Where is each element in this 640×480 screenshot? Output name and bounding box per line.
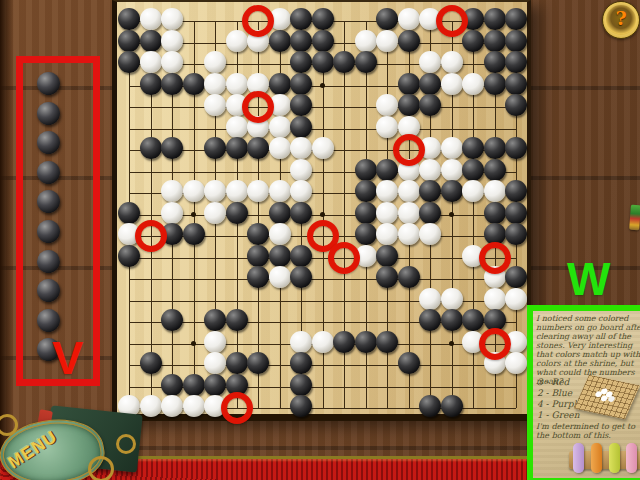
- stone-black[interactable]: [355, 331, 377, 353]
- stone-white[interactable]: [269, 116, 291, 138]
- red-circle-marker[interactable]: [393, 134, 425, 166]
- stone-black[interactable]: [355, 223, 377, 245]
- stone-white[interactable]: [376, 180, 398, 202]
- stone-black[interactable]: [290, 73, 312, 95]
- stone-white[interactable]: [290, 137, 312, 159]
- stone-black[interactable]: [161, 374, 183, 396]
- stone-black[interactable]: [183, 374, 205, 396]
- red-circle-marker[interactable]: [479, 328, 511, 360]
- stone-white[interactable]: [398, 223, 420, 245]
- legend-line: 2 - Blue: [537, 388, 582, 399]
- note-highlight-rectangle: I noticed some colored numbers on go boa…: [527, 305, 640, 480]
- stone-black[interactable]: [398, 94, 420, 116]
- stone-white[interactable]: [204, 352, 226, 374]
- tray-stone-black[interactable]: [37, 161, 60, 184]
- stone-black[interactable]: [376, 159, 398, 181]
- tray-stone-black[interactable]: [37, 102, 60, 125]
- stone-white[interactable]: [204, 73, 226, 95]
- stone-black[interactable]: [505, 30, 527, 52]
- red-circle-marker[interactable]: [328, 242, 360, 274]
- stone-white[interactable]: [269, 266, 291, 288]
- stone-black[interactable]: [204, 309, 226, 331]
- stone-black[interactable]: [269, 245, 291, 267]
- stone-white[interactable]: [312, 331, 334, 353]
- stone-black[interactable]: [441, 395, 463, 417]
- gold-swirl-icon: [116, 434, 136, 454]
- stone-white[interactable]: [161, 51, 183, 73]
- stone-white[interactable]: [226, 73, 248, 95]
- stone-white[interactable]: [204, 180, 226, 202]
- stone-white[interactable]: [419, 288, 441, 310]
- stone-white[interactable]: [290, 331, 312, 353]
- stone-black[interactable]: [247, 352, 269, 374]
- stone-white[interactable]: [269, 223, 291, 245]
- red-circle-marker[interactable]: [221, 392, 253, 424]
- stone-white[interactable]: [269, 180, 291, 202]
- stone-black[interactable]: [355, 180, 377, 202]
- stone-white[interactable]: [161, 202, 183, 224]
- stone-white[interactable]: [140, 8, 162, 30]
- stone-white[interactable]: [441, 73, 463, 95]
- stone-black[interactable]: [118, 8, 140, 30]
- stone-black[interactable]: [118, 51, 140, 73]
- stone-black[interactable]: [269, 73, 291, 95]
- stone-black[interactable]: [247, 245, 269, 267]
- stone-white[interactable]: [398, 202, 420, 224]
- stone-white[interactable]: [204, 51, 226, 73]
- stone-black[interactable]: [333, 51, 355, 73]
- stone-black[interactable]: [290, 202, 312, 224]
- stone-black[interactable]: [269, 30, 291, 52]
- star-point: [449, 212, 454, 217]
- stone-black[interactable]: [505, 94, 527, 116]
- stone-black[interactable]: [484, 30, 506, 52]
- star-point: [191, 341, 196, 346]
- letter-w-marker: W: [567, 252, 610, 306]
- stone-black[interactable]: [140, 137, 162, 159]
- stone-white[interactable]: [290, 180, 312, 202]
- stone-black[interactable]: [419, 73, 441, 95]
- stone-black[interactable]: [290, 8, 312, 30]
- stone-white[interactable]: [226, 180, 248, 202]
- stone-white[interactable]: [161, 180, 183, 202]
- star-point: [449, 341, 454, 346]
- stone-white[interactable]: [484, 288, 506, 310]
- stone-black[interactable]: [419, 180, 441, 202]
- board-grid-line: [129, 279, 516, 280]
- stone-black[interactable]: [183, 73, 205, 95]
- stone-white[interactable]: [226, 30, 248, 52]
- stone-black[interactable]: [118, 202, 140, 224]
- stone-black[interactable]: [247, 137, 269, 159]
- go-board[interactable]: [112, 0, 531, 421]
- stone-black[interactable]: [290, 395, 312, 417]
- stone-white[interactable]: [505, 352, 527, 374]
- stone-black[interactable]: [419, 309, 441, 331]
- stone-black[interactable]: [398, 266, 420, 288]
- stone-white[interactable]: [441, 51, 463, 73]
- candle-green: [609, 443, 620, 473]
- stone-black[interactable]: [462, 159, 484, 181]
- stone-black[interactable]: [183, 223, 205, 245]
- stone-black[interactable]: [355, 159, 377, 181]
- stone-black[interactable]: [484, 202, 506, 224]
- stone-black[interactable]: [290, 116, 312, 138]
- candle-orange: [591, 443, 602, 473]
- stone-black[interactable]: [505, 8, 527, 30]
- stone-black[interactable]: [505, 180, 527, 202]
- stone-black[interactable]: [376, 8, 398, 30]
- stone-black[interactable]: [419, 395, 441, 417]
- tray-stone-black[interactable]: [37, 72, 60, 95]
- stone-black[interactable]: [505, 223, 527, 245]
- edge-item-icon[interactable]: [629, 205, 640, 231]
- stone-white[interactable]: [204, 331, 226, 353]
- red-circle-marker[interactable]: [242, 5, 274, 37]
- stone-black[interactable]: [161, 73, 183, 95]
- stone-white[interactable]: [161, 8, 183, 30]
- red-circle-marker[interactable]: [436, 5, 468, 37]
- stone-black[interactable]: [204, 374, 226, 396]
- stone-black[interactable]: [505, 202, 527, 224]
- journal-note[interactable]: I noticed some colored numbers on go boa…: [533, 311, 640, 478]
- stone-black[interactable]: [226, 137, 248, 159]
- stone-black[interactable]: [312, 8, 334, 30]
- stone-white[interactable]: [355, 30, 377, 52]
- stone-black[interactable]: [419, 94, 441, 116]
- board-grid-line: [129, 258, 516, 259]
- stone-black[interactable]: [376, 266, 398, 288]
- stone-white[interactable]: [441, 137, 463, 159]
- stone-white[interactable]: [183, 395, 205, 417]
- stone-black[interactable]: [290, 30, 312, 52]
- stone-white[interactable]: [161, 30, 183, 52]
- stone-black[interactable]: [161, 137, 183, 159]
- stone-black[interactable]: [462, 137, 484, 159]
- stone-black[interactable]: [505, 266, 527, 288]
- stone-black[interactable]: [462, 30, 484, 52]
- note-closing: I'm determined to get to the bottom of t…: [533, 419, 640, 440]
- stone-black[interactable]: [505, 137, 527, 159]
- stone-black[interactable]: [226, 352, 248, 374]
- red-circle-marker[interactable]: [135, 220, 167, 252]
- red-circle-marker[interactable]: [242, 91, 274, 123]
- candle-purple: [573, 443, 584, 473]
- stone-white[interactable]: [247, 180, 269, 202]
- stone-white[interactable]: [204, 94, 226, 116]
- tray-stone-black[interactable]: [37, 309, 60, 332]
- stone-black[interactable]: [226, 309, 248, 331]
- stone-white[interactable]: [398, 8, 420, 30]
- stone-white[interactable]: [226, 116, 248, 138]
- stone-black[interactable]: [312, 51, 334, 73]
- stone-black[interactable]: [161, 309, 183, 331]
- stone-white[interactable]: [376, 116, 398, 138]
- stone-black[interactable]: [484, 8, 506, 30]
- stone-white[interactable]: [376, 30, 398, 52]
- note-legend: 3 - Red 2 - Blue 4 - Purple 1 - Green: [537, 377, 582, 421]
- letter-v-marker: V: [52, 330, 83, 385]
- tray-stone-black[interactable]: [37, 250, 60, 273]
- stone-black[interactable]: [419, 202, 441, 224]
- stone-black[interactable]: [398, 73, 420, 95]
- legend-line: 3 - Red: [537, 377, 582, 388]
- stone-white[interactable]: [376, 94, 398, 116]
- stone-black[interactable]: [118, 30, 140, 52]
- stone-black[interactable]: [376, 331, 398, 353]
- stone-white[interactable]: [140, 51, 162, 73]
- menu-banner[interactable]: MENU: [0, 404, 156, 480]
- stone-white[interactable]: [419, 223, 441, 245]
- stone-black[interactable]: [290, 51, 312, 73]
- stone-black[interactable]: [140, 30, 162, 52]
- candle-pink: [626, 443, 637, 473]
- star-point: [320, 83, 325, 88]
- stone-black[interactable]: [118, 245, 140, 267]
- star-point: [320, 212, 325, 217]
- tray-stone-black[interactable]: [37, 220, 60, 243]
- stone-white[interactable]: [312, 137, 334, 159]
- stone-white[interactable]: [505, 288, 527, 310]
- stone-black[interactable]: [505, 51, 527, 73]
- star-point: [191, 212, 196, 217]
- stone-white[interactable]: [290, 159, 312, 181]
- stone-white[interactable]: [398, 180, 420, 202]
- stone-black[interactable]: [484, 51, 506, 73]
- stone-white[interactable]: [269, 137, 291, 159]
- stone-black[interactable]: [484, 137, 506, 159]
- stone-black[interactable]: [462, 309, 484, 331]
- stone-white[interactable]: [462, 180, 484, 202]
- stone-white[interactable]: [376, 202, 398, 224]
- stone-black[interactable]: [290, 374, 312, 396]
- stone-black[interactable]: [333, 331, 355, 353]
- stone-black[interactable]: [204, 137, 226, 159]
- stone-white[interactable]: [441, 159, 463, 181]
- scene: V W ? MENU I noticed some colored number…: [0, 0, 640, 480]
- stone-black[interactable]: [355, 202, 377, 224]
- stone-black[interactable]: [269, 202, 291, 224]
- stone-black[interactable]: [290, 94, 312, 116]
- stone-black[interactable]: [312, 30, 334, 52]
- stone-black[interactable]: [290, 352, 312, 374]
- stone-black[interactable]: [355, 51, 377, 73]
- stone-black[interactable]: [484, 159, 506, 181]
- stone-black[interactable]: [226, 202, 248, 224]
- red-circle-marker[interactable]: [479, 242, 511, 274]
- stone-black[interactable]: [140, 352, 162, 374]
- stone-white[interactable]: [183, 180, 205, 202]
- hint-coin-button[interactable]: ?: [602, 1, 640, 39]
- gold-swirl-icon: [88, 456, 114, 480]
- stone-black[interactable]: [398, 352, 420, 374]
- stone-black[interactable]: [247, 266, 269, 288]
- stone-black[interactable]: [484, 73, 506, 95]
- stone-white[interactable]: [376, 223, 398, 245]
- stone-black[interactable]: [441, 180, 463, 202]
- stone-black[interactable]: [140, 73, 162, 95]
- stone-white[interactable]: [419, 159, 441, 181]
- stone-black[interactable]: [505, 73, 527, 95]
- stone-black[interactable]: [441, 309, 463, 331]
- stone-white[interactable]: [204, 202, 226, 224]
- note-closing-text: I'm determined to get to the bottom of t…: [536, 422, 640, 440]
- stone-white[interactable]: [462, 73, 484, 95]
- stone-black[interactable]: [290, 266, 312, 288]
- note-candles-sketch: [569, 443, 640, 475]
- stone-white[interactable]: [161, 395, 183, 417]
- stone-white[interactable]: [441, 288, 463, 310]
- stone-black[interactable]: [376, 245, 398, 267]
- stone-black[interactable]: [290, 245, 312, 267]
- board-grid-line: [129, 365, 516, 366]
- stone-white[interactable]: [419, 51, 441, 73]
- question-mark-icon: ?: [603, 7, 639, 29]
- stone-black[interactable]: [398, 30, 420, 52]
- stone-black[interactable]: [247, 223, 269, 245]
- stone-white[interactable]: [484, 180, 506, 202]
